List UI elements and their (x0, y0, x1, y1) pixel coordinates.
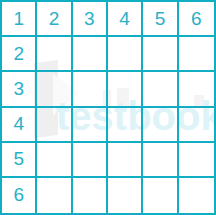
grid-cell-empty (143, 108, 178, 143)
grid-cell-empty (143, 178, 178, 213)
grid-cell-number: 2 (37, 2, 72, 37)
grid-cell-number: 4 (108, 2, 143, 37)
grid-cell-empty (108, 37, 143, 72)
grid-cell-empty (143, 72, 178, 107)
grid-cell-empty (37, 108, 72, 143)
puzzle-image: testbook 12345623456 (0, 0, 216, 215)
grid-cell-empty (179, 143, 214, 178)
grid-cell-number: 6 (179, 2, 214, 37)
grid-cell-number: 3 (2, 72, 37, 107)
grid-cell-number: 4 (2, 108, 37, 143)
grid-cell-empty (37, 178, 72, 213)
grid-cell-number: 2 (2, 37, 37, 72)
grid-cell-empty (73, 178, 108, 213)
grid-cell-empty (37, 143, 72, 178)
grid-cell-empty (179, 37, 214, 72)
grid-cell-empty (143, 37, 178, 72)
grid-cell-empty (108, 72, 143, 107)
grid-cell-empty (108, 143, 143, 178)
grid-cell-number: 5 (143, 2, 178, 37)
grid-cell-number: 6 (2, 178, 37, 213)
grid-cell-empty (73, 72, 108, 107)
grid-cell-empty (73, 37, 108, 72)
grid-cell-empty (73, 108, 108, 143)
grid-cell-empty (37, 72, 72, 107)
grid-cell-empty (179, 178, 214, 213)
grid-cell-number: 3 (73, 2, 108, 37)
grid-cell-empty (73, 143, 108, 178)
grid-cell-empty (179, 108, 214, 143)
grid-cell-empty (179, 72, 214, 107)
grid-cell-empty (37, 37, 72, 72)
grid-cell-empty (108, 108, 143, 143)
grid-cell-number: 5 (2, 143, 37, 178)
puzzle-grid: 12345623456 (0, 0, 216, 215)
grid-cell-number: 1 (2, 2, 37, 37)
grid-cell-empty (143, 143, 178, 178)
grid-cell-empty (108, 178, 143, 213)
